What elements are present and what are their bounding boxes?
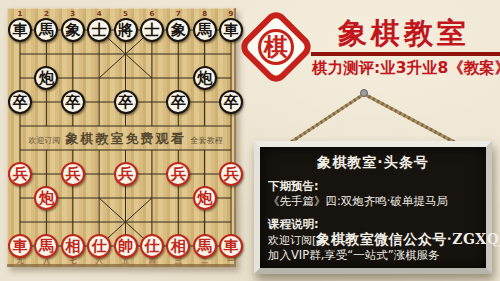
file-number-bottom-七: 七 [69,257,76,265]
black-piece-卒[interactable]: 卒 [219,90,243,114]
red-piece-炮[interactable]: 炮 [193,186,217,210]
file-number-bottom-八: 八 [43,257,50,265]
logo-character: 棋 [264,31,288,63]
preview-label: 下期预告: [268,179,478,194]
file-number-bottom-四: 四 [148,257,155,265]
subscribe-prefix: 欢迎订阅[ [268,234,316,247]
file-number-top-3: 3 [70,10,75,18]
black-piece-士[interactable]: 士 [140,18,164,42]
file-number-top-6: 6 [149,10,154,18]
black-piece-車[interactable]: 車 [8,18,32,42]
black-piece-象[interactable]: 象 [61,18,85,42]
black-piece-士[interactable]: 士 [87,18,111,42]
file-number-top-2: 2 [44,10,49,18]
file-number-top-1: 1 [18,10,23,18]
file-number-top-7: 7 [176,10,181,18]
river-text-main: 象棋教室免费观看 [66,131,186,146]
river-text-prefix: 欢迎订阅 [28,136,60,145]
subscribe-line: 欢迎订阅[象棋教室微信公众号·ZGXQJS] [268,232,478,248]
red-piece-相[interactable]: 相 [61,234,85,258]
file-number-top-8: 8 [202,10,207,18]
chess-classroom-logo: 棋 [236,7,315,86]
file-number-bottom-九: 九 [17,257,24,265]
black-piece-卒[interactable]: 卒 [114,90,138,114]
black-piece-卒[interactable]: 卒 [8,90,32,114]
subscribe-account: 象棋教室微信公众号·ZGXQJS [316,231,500,247]
black-piece-卒[interactable]: 卒 [61,90,85,114]
river-text-suffix: 全套教程 [191,136,223,145]
red-piece-馬[interactable]: 馬 [193,234,217,258]
xiangqi-board: 欢迎订阅 象棋教室免费观看 全套教程 123456789 九八七六五四三二一 車… [7,8,236,267]
red-piece-仕[interactable]: 仕 [140,234,164,258]
file-number-top-4: 4 [97,10,102,18]
subtitle: 棋力测评:业3升业8《教案》 [312,58,500,79]
black-piece-將[interactable]: 將 [114,18,138,42]
black-piece-炮[interactable]: 炮 [193,66,217,90]
red-piece-兵[interactable]: 兵 [8,162,32,186]
nail-icon [361,90,368,97]
course-label: 课程说明: [268,217,478,232]
red-piece-兵[interactable]: 兵 [219,162,243,186]
red-piece-車[interactable]: 車 [8,234,32,258]
page-title: 象棋教室 [338,14,470,54]
red-piece-車[interactable]: 車 [219,234,243,258]
title-divider [311,52,500,56]
red-piece-兵[interactable]: 兵 [61,162,85,186]
preview-text: 《先手篇》四:双炮齐鸣·破单提马局 [268,194,478,209]
red-piece-兵[interactable]: 兵 [114,162,138,186]
file-number-bottom-六: 六 [96,257,103,265]
file-number-top-5: 5 [123,10,128,18]
black-piece-車[interactable]: 車 [219,18,243,42]
black-piece-馬[interactable]: 馬 [193,18,217,42]
file-number-bottom-一: 一 [228,257,235,265]
file-number-top-9: 9 [229,10,234,18]
file-number-bottom-三: 三 [175,257,182,265]
poster: 欢迎订阅 象棋教室免费观看 全套教程 123456789 九八七六五四三二一 車… [0,0,500,281]
logo-circle: 棋 [258,29,294,65]
blackboard: 象棋教室·头条号 下期预告: 《先手篇》四:双炮齐鸣·破单提马局 课程说明: 欢… [254,141,492,274]
red-piece-仕[interactable]: 仕 [87,234,111,258]
vip-text: 加入VIP群,享受“一站式”涨棋服务 [268,248,478,263]
river-ad-text: 欢迎订阅 象棋教室免费观看 全套教程 [20,128,231,148]
red-piece-帥[interactable]: 帥 [114,234,138,258]
file-number-bottom-二: 二 [201,257,208,265]
file-number-bottom-五: 五 [122,257,129,265]
blackboard-title: 象棋教室·头条号 [268,154,478,172]
